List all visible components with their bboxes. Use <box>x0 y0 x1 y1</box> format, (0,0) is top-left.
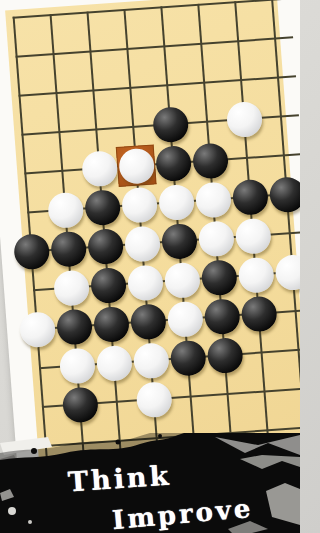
stone-white <box>52 269 90 306</box>
stone-white <box>18 310 56 347</box>
stone-black <box>86 227 124 264</box>
stone-white <box>166 300 204 337</box>
stone-black <box>49 230 87 267</box>
stone-white <box>95 344 133 381</box>
stone-white <box>225 100 263 137</box>
stone-black <box>203 298 241 335</box>
stone-black <box>89 266 127 303</box>
stone-white <box>135 381 173 418</box>
stone-white <box>46 191 84 228</box>
stone-black <box>92 305 130 342</box>
stone-white <box>234 217 272 254</box>
stone-black <box>268 176 300 213</box>
stone-white <box>163 261 201 298</box>
stone-black <box>169 339 207 376</box>
stone-black <box>160 222 198 259</box>
stone-white <box>80 150 118 187</box>
stone-black <box>154 144 192 181</box>
stone-white <box>126 264 164 301</box>
stone-white <box>123 225 161 262</box>
stone-black <box>83 189 121 226</box>
stone-black <box>191 142 229 179</box>
stone-black <box>61 386 99 423</box>
grid-line-h <box>16 36 294 57</box>
stone-black <box>231 178 269 215</box>
stone-white <box>237 256 275 293</box>
stone-white <box>194 181 232 218</box>
stone-black <box>55 308 93 345</box>
stone-white <box>157 183 195 220</box>
stone-white <box>120 186 158 223</box>
stone-white <box>132 342 170 379</box>
stone-black <box>240 295 278 332</box>
app-screen: Think Improve <box>0 0 300 533</box>
banner: Think Improve <box>0 433 300 533</box>
stone-white <box>197 220 235 257</box>
stone-black <box>206 336 244 373</box>
stone-white <box>58 347 96 384</box>
grid-line-h <box>13 0 291 19</box>
stone-black <box>129 303 167 340</box>
stone-black <box>12 233 50 270</box>
stone-black <box>151 106 189 143</box>
stone-white <box>274 253 300 290</box>
grid-line-h <box>18 75 296 96</box>
stone-black <box>200 259 238 296</box>
